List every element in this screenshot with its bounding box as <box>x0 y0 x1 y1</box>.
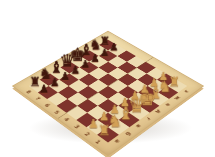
piece-black-rook: ♜ <box>27 75 41 88</box>
piece-black-knight: ♞ <box>88 38 101 52</box>
square-g4 <box>127 67 146 79</box>
chess-set-photo: ♜♟♟♜♞♟♟♞♝♟♟♝♚♟♟♚♛♟♟♛♝♟♟♝♞♟♟♞♜♟♟♜ 8765432… <box>0 0 215 157</box>
square-d7: ♟ <box>69 67 88 79</box>
piece-black-bishop: ♝ <box>79 42 92 57</box>
square-c4 <box>87 92 107 105</box>
piece-black-bishop: ♝ <box>49 60 63 76</box>
square-f5 <box>108 67 127 79</box>
piece-black-king: ♚ <box>69 45 82 63</box>
